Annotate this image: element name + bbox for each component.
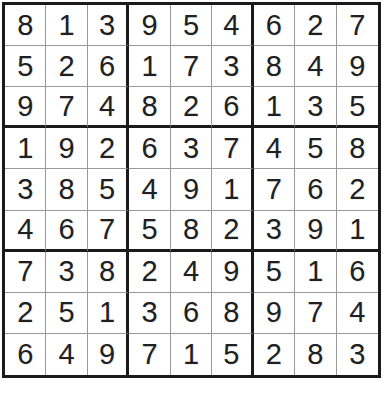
cell-r7c1: 7 bbox=[5, 252, 46, 293]
cell-r2c3: 6 bbox=[88, 46, 129, 87]
cell-r4c3: 2 bbox=[88, 128, 129, 169]
cell-r5c1: 3 bbox=[5, 169, 46, 210]
cell-r6c8: 9 bbox=[295, 211, 336, 252]
cell-r9c7: 2 bbox=[254, 334, 295, 375]
cell-r1c5: 5 bbox=[171, 5, 212, 46]
cell-r1c4: 9 bbox=[129, 5, 170, 46]
cell-r2c4: 1 bbox=[129, 46, 170, 87]
cell-r3c4: 8 bbox=[129, 87, 170, 128]
cell-r6c3: 7 bbox=[88, 211, 129, 252]
cell-r6c5: 8 bbox=[171, 211, 212, 252]
cell-r2c1: 5 bbox=[5, 46, 46, 87]
cell-r8c3: 1 bbox=[88, 293, 129, 334]
cell-r9c6: 5 bbox=[212, 334, 253, 375]
cell-r4c6: 7 bbox=[212, 128, 253, 169]
cell-r8c9: 4 bbox=[337, 293, 378, 334]
cell-r1c3: 3 bbox=[88, 5, 129, 46]
cell-r5c5: 9 bbox=[171, 169, 212, 210]
cell-r2c9: 9 bbox=[337, 46, 378, 87]
cell-r6c1: 4 bbox=[5, 211, 46, 252]
cell-r6c9: 1 bbox=[337, 211, 378, 252]
cell-r4c5: 3 bbox=[171, 128, 212, 169]
cell-r7c5: 4 bbox=[171, 252, 212, 293]
cell-r9c5: 1 bbox=[171, 334, 212, 375]
cell-r9c4: 7 bbox=[129, 334, 170, 375]
cell-r6c7: 3 bbox=[254, 211, 295, 252]
cell-r4c4: 6 bbox=[129, 128, 170, 169]
cell-r8c2: 5 bbox=[46, 293, 87, 334]
cell-r3c2: 7 bbox=[46, 87, 87, 128]
cell-r8c1: 2 bbox=[5, 293, 46, 334]
cell-r1c8: 2 bbox=[295, 5, 336, 46]
cell-r1c2: 1 bbox=[46, 5, 87, 46]
cell-r8c7: 9 bbox=[254, 293, 295, 334]
cell-r6c2: 6 bbox=[46, 211, 87, 252]
cell-r2c5: 7 bbox=[171, 46, 212, 87]
cell-r5c8: 6 bbox=[295, 169, 336, 210]
cell-r5c6: 1 bbox=[212, 169, 253, 210]
cell-r4c7: 4 bbox=[254, 128, 295, 169]
cell-r8c4: 3 bbox=[129, 293, 170, 334]
cell-r5c3: 5 bbox=[88, 169, 129, 210]
cell-r1c7: 6 bbox=[254, 5, 295, 46]
cell-r1c6: 4 bbox=[212, 5, 253, 46]
cell-r6c4: 5 bbox=[129, 211, 170, 252]
page: 8139546275261738499748261351926374583854… bbox=[0, 0, 386, 394]
cell-r5c2: 8 bbox=[46, 169, 87, 210]
cell-r2c2: 2 bbox=[46, 46, 87, 87]
cell-r1c1: 8 bbox=[5, 5, 46, 46]
cell-r7c7: 5 bbox=[254, 252, 295, 293]
cell-r9c1: 6 bbox=[5, 334, 46, 375]
cell-r4c8: 5 bbox=[295, 128, 336, 169]
cell-r2c7: 8 bbox=[254, 46, 295, 87]
cell-r3c5: 2 bbox=[171, 87, 212, 128]
cell-r7c9: 6 bbox=[337, 252, 378, 293]
cell-r4c2: 9 bbox=[46, 128, 87, 169]
cell-r7c8: 1 bbox=[295, 252, 336, 293]
cell-r9c2: 4 bbox=[46, 334, 87, 375]
cell-r5c7: 7 bbox=[254, 169, 295, 210]
cell-r4c9: 8 bbox=[337, 128, 378, 169]
cell-r9c8: 8 bbox=[295, 334, 336, 375]
sudoku-board: 8139546275261738499748261351926374583854… bbox=[2, 2, 381, 378]
cell-r2c6: 3 bbox=[212, 46, 253, 87]
cell-r4c1: 1 bbox=[5, 128, 46, 169]
cell-r6c6: 2 bbox=[212, 211, 253, 252]
cell-r3c7: 1 bbox=[254, 87, 295, 128]
cell-r3c6: 6 bbox=[212, 87, 253, 128]
cell-r7c2: 3 bbox=[46, 252, 87, 293]
cell-r5c9: 2 bbox=[337, 169, 378, 210]
cell-r7c6: 9 bbox=[212, 252, 253, 293]
cell-r3c9: 5 bbox=[337, 87, 378, 128]
cell-r8c5: 6 bbox=[171, 293, 212, 334]
cell-r3c8: 3 bbox=[295, 87, 336, 128]
cell-r5c4: 4 bbox=[129, 169, 170, 210]
cell-r8c8: 7 bbox=[295, 293, 336, 334]
cell-r9c9: 3 bbox=[337, 334, 378, 375]
cell-r7c4: 2 bbox=[129, 252, 170, 293]
cell-r7c3: 8 bbox=[88, 252, 129, 293]
cell-r8c6: 8 bbox=[212, 293, 253, 334]
cell-r3c3: 4 bbox=[88, 87, 129, 128]
cell-r1c9: 7 bbox=[337, 5, 378, 46]
cell-r2c8: 4 bbox=[295, 46, 336, 87]
cell-r9c3: 9 bbox=[88, 334, 129, 375]
cell-r3c1: 9 bbox=[5, 87, 46, 128]
